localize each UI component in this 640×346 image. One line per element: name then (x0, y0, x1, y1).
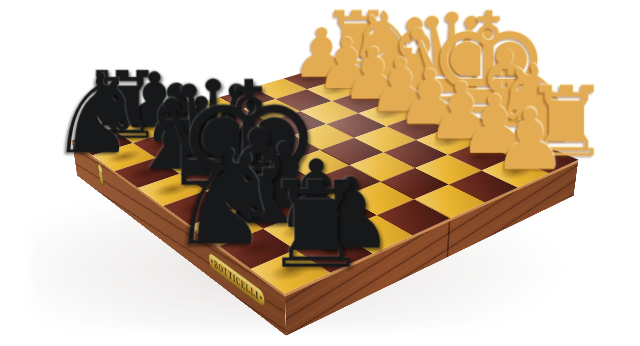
chess-board: ♜♟♟♜♞♟♟♞♝♟♟♝♛♟♟♛♚♟♟♚♝♟♟♝♞♟♟♞♜♟♟♜ BOTTICE… (72, 61, 579, 293)
product-photo: ♜♟♟♜♞♟♟♞♝♟♟♝♛♟♟♛♚♟♟♚♝♟♟♝♞♟♟♞♜♟♟♜ BOTTICE… (0, 0, 640, 346)
board-squares: ♜♟♟♜♞♟♟♞♝♟♟♝♛♟♟♛♚♟♟♚♝♟♟♝♞♟♟♞♜♟♟♜ (72, 61, 579, 293)
scene: ♜♟♟♜♞♟♟♞♝♟♟♝♛♟♟♛♚♟♟♚♝♟♟♝♞♟♟♞♜♟♟♜ BOTTICE… (0, 0, 640, 346)
fold-seam-edge (447, 221, 451, 258)
piece-white-pawn: ♟ (492, 98, 539, 182)
piece-black-rook: ♜ (262, 166, 319, 286)
